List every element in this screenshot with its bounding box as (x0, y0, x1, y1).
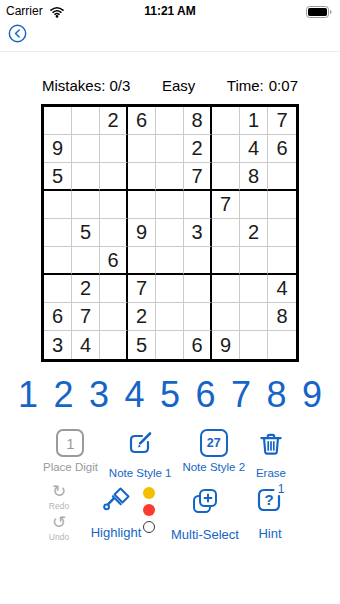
question-square-icon: ? 1 (254, 483, 286, 519)
cell-r9c2[interactable]: 4 (72, 331, 100, 359)
cell-r7c6[interactable] (184, 275, 212, 303)
cell-r4c2[interactable] (72, 191, 100, 219)
numpad-digit-2[interactable]: 2 (53, 374, 73, 416)
numpad-digit-7[interactable]: 7 (231, 374, 251, 416)
cell-r9c7[interactable]: 9 (212, 331, 240, 359)
numpad-digit-8[interactable]: 8 (266, 374, 286, 416)
cell-r4c5[interactable] (156, 191, 184, 219)
cell-r3c2[interactable] (72, 163, 100, 191)
cell-r8c5[interactable] (156, 303, 184, 331)
cell-r1c5[interactable] (156, 107, 184, 135)
cell-r6c7[interactable] (212, 247, 240, 275)
numpad-digit-4[interactable]: 4 (124, 374, 144, 416)
cell-r1c9[interactable]: 7 (268, 107, 296, 135)
cell-r8c6[interactable] (184, 303, 212, 331)
place-digit-label: Place Digit (43, 461, 98, 473)
cell-r8c8[interactable] (240, 303, 268, 331)
multi-select-button[interactable]: Multi-Select (160, 485, 250, 542)
timer: Time: 0:07 (227, 77, 298, 94)
cell-r8c7[interactable] (212, 303, 240, 331)
cell-r2c2[interactable] (72, 135, 100, 163)
cell-r5c7[interactable] (212, 219, 240, 247)
cell-r9c9[interactable] (268, 331, 296, 359)
hint-badge: 1 (278, 483, 285, 496)
cell-r3c7[interactable] (212, 163, 240, 191)
time-label: Time: (227, 77, 264, 94)
cell-r3c8[interactable]: 8 (240, 163, 268, 191)
cell-r5c9[interactable] (268, 219, 296, 247)
cell-r5c4[interactable]: 9 (128, 219, 156, 247)
multi-select-label: Multi-Select (171, 527, 239, 542)
cell-r1c2[interactable] (72, 107, 100, 135)
cell-r5c3[interactable] (100, 219, 128, 247)
cell-r4c1[interactable] (44, 191, 72, 219)
cell-r9c1[interactable]: 3 (44, 331, 72, 359)
note-style-2-button[interactable]: 27 Note Style 2 (182, 429, 245, 473)
cell-r8c4[interactable]: 2 (128, 303, 156, 331)
time-value: 0:07 (269, 77, 298, 94)
cell-r6c2[interactable] (72, 247, 100, 275)
cell-r6c3[interactable]: 6 (100, 247, 128, 275)
numpad-digit-1[interactable]: 1 (18, 374, 38, 416)
cell-r5c1[interactable] (44, 219, 72, 247)
cell-r9c6[interactable]: 6 (184, 331, 212, 359)
cell-r6c6[interactable] (184, 247, 212, 275)
note-style-1-label: Note Style 1 (109, 467, 172, 479)
cell-r9c5[interactable] (156, 331, 184, 359)
cell-r8c9[interactable]: 8 (268, 303, 296, 331)
battery-icon (306, 4, 333, 22)
cell-r7c7[interactable] (212, 275, 240, 303)
cell-r1c3[interactable]: 2 (100, 107, 128, 135)
cell-r7c4[interactable]: 7 (128, 275, 156, 303)
hint-label: Hint (258, 526, 281, 541)
cell-r9c3[interactable] (100, 331, 128, 359)
hint-icon-glyph: ? (264, 491, 273, 508)
cell-r5c5[interactable] (156, 219, 184, 247)
swatch-white[interactable] (143, 521, 155, 533)
redo-label: Redo (49, 501, 69, 511)
cell-r3c6[interactable]: 7 (184, 163, 212, 191)
cell-r1c8[interactable]: 1 (240, 107, 268, 135)
cell-r8c1[interactable]: 6 (44, 303, 72, 331)
note-style-2-label: Note Style 2 (182, 461, 245, 473)
paintbrush-icon (100, 485, 132, 521)
cell-r1c4[interactable]: 6 (128, 107, 156, 135)
cell-r2c1[interactable]: 9 (44, 135, 72, 163)
difficulty-label: Easy (162, 77, 195, 94)
cell-r3c9[interactable] (268, 163, 296, 191)
cell-r9c8[interactable] (240, 331, 268, 359)
cell-r2c6[interactable]: 2 (184, 135, 212, 163)
cell-r6c9[interactable] (268, 247, 296, 275)
undo-label: Undo (49, 532, 69, 542)
numpad-digit-5[interactable]: 5 (160, 374, 180, 416)
cell-r4c7[interactable]: 7 (212, 191, 240, 219)
cell-r1c7[interactable] (212, 107, 240, 135)
highlight-button[interactable]: Highlight (85, 485, 147, 540)
cell-r7c2[interactable]: 2 (72, 275, 100, 303)
back-button[interactable] (8, 24, 27, 43)
nav-separator (0, 51, 340, 52)
game-header: Mistakes: 0/3 Easy Time: 0:07 (42, 77, 298, 94)
cell-r2c8[interactable]: 4 (240, 135, 268, 163)
cell-r6c5[interactable] (156, 247, 184, 275)
cell-r7c1[interactable] (44, 275, 72, 303)
cell-r8c2[interactable]: 7 (72, 303, 100, 331)
cell-r5c8[interactable]: 2 (240, 219, 268, 247)
cell-r6c4[interactable] (128, 247, 156, 275)
cell-r3c1[interactable]: 5 (44, 163, 72, 191)
cell-r2c3[interactable] (100, 135, 128, 163)
hint-button[interactable]: ? 1 Hint (244, 483, 296, 541)
place-digit-button[interactable]: 1 Place Digit (43, 429, 98, 473)
undo-icon: ↺ (52, 514, 66, 531)
cell-r3c5[interactable] (156, 163, 184, 191)
cell-r2c5[interactable] (156, 135, 184, 163)
cell-r7c9[interactable]: 4 (268, 275, 296, 303)
cell-r4c4[interactable] (128, 191, 156, 219)
cell-r7c3[interactable] (100, 275, 128, 303)
cell-r4c6[interactable] (184, 191, 212, 219)
numpad-digit-3[interactable]: 3 (89, 374, 109, 416)
cell-r5c6[interactable]: 3 (184, 219, 212, 247)
status-clock: 11:21 AM (0, 4, 340, 18)
redo-icon: ↻ (52, 483, 66, 500)
cell-r8c3[interactable] (100, 303, 128, 331)
erase-label: Erase (256, 467, 286, 479)
plus-square-on-square-icon (189, 485, 221, 521)
trash-icon (256, 429, 286, 463)
cell-r1c1[interactable] (44, 107, 72, 135)
numpad-digit-9[interactable]: 9 (302, 374, 322, 416)
mistakes-counter: Mistakes: 0/3 (42, 77, 130, 94)
cell-r7c5[interactable] (156, 275, 184, 303)
cell-r9c4[interactable]: 5 (128, 331, 156, 359)
cell-r2c9[interactable]: 6 (268, 135, 296, 163)
toolbar-primary: 1 Place Digit Note Style 1 27 Note Style… (43, 429, 286, 479)
numpad-digit-6[interactable]: 6 (195, 374, 215, 416)
swatch-yellow[interactable] (143, 487, 155, 499)
sudoku-grid: 268179246578759326274672834569 (41, 104, 299, 362)
cell-r3c3[interactable] (100, 163, 128, 191)
cell-r4c3[interactable] (100, 191, 128, 219)
swatch-red[interactable] (143, 504, 155, 516)
cell-r5c2[interactable]: 5 (72, 219, 100, 247)
cell-r7c8[interactable] (240, 275, 268, 303)
redo-button[interactable]: ↻ Redo (45, 483, 73, 511)
place-digit-icon: 1 (56, 429, 84, 457)
cell-r1c6[interactable]: 8 (184, 107, 212, 135)
toolbar-secondary: ↻ Redo ↺ Undo Highlight Mult (40, 483, 304, 561)
cell-r3c4[interactable] (128, 163, 156, 191)
status-bar: Carrier 11:21 AM (0, 0, 340, 20)
cell-r2c4[interactable] (128, 135, 156, 163)
undo-button[interactable]: ↺ Undo (45, 514, 73, 542)
cell-r6c1[interactable] (44, 247, 72, 275)
highlight-swatches (143, 487, 155, 533)
square-and-pencil-icon (125, 429, 155, 463)
cell-r4c8[interactable] (240, 191, 268, 219)
erase-button[interactable]: Erase (256, 429, 286, 479)
numpad: 123456789 (18, 374, 322, 416)
note-style-1-button[interactable]: Note Style 1 (109, 429, 172, 479)
cell-r4c9[interactable] (268, 191, 296, 219)
highlight-label: Highlight (91, 525, 142, 540)
note-style-2-icon: 27 (200, 429, 228, 457)
cell-r2c7[interactable] (212, 135, 240, 163)
cell-r6c8[interactable] (240, 247, 268, 275)
